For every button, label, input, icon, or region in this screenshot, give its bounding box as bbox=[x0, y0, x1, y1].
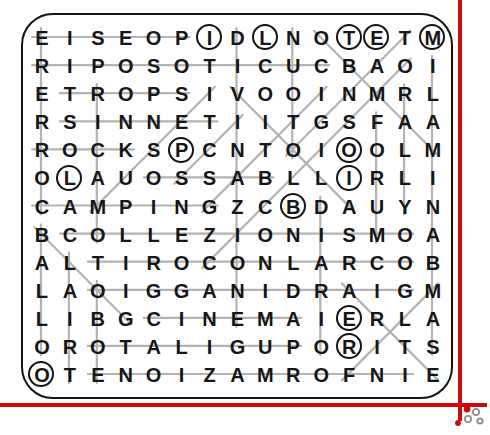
cell-letter: E bbox=[119, 28, 132, 48]
cell-letter: A bbox=[398, 112, 412, 132]
cell-letter: S bbox=[203, 168, 216, 188]
cell-letter: U bbox=[119, 168, 133, 188]
cell-r10c2[interactable]: A bbox=[56, 277, 84, 305]
cell-r13c12[interactable]: F bbox=[335, 361, 363, 389]
cell-r10c9[interactable]: I bbox=[251, 277, 279, 305]
cell-r4c13[interactable]: F bbox=[363, 108, 391, 136]
cell-r6c12-circled[interactable]: I bbox=[335, 164, 363, 192]
cell-r6c5[interactable]: O bbox=[140, 164, 168, 192]
cell-r7c5[interactable]: I bbox=[140, 192, 168, 220]
cell-letter: E bbox=[35, 84, 48, 104]
cell-letter: L bbox=[36, 281, 48, 301]
cell-r9c5[interactable]: R bbox=[140, 249, 168, 277]
cell-r3c15[interactable]: L bbox=[419, 80, 447, 108]
cell-r1c14[interactable]: T bbox=[391, 24, 419, 52]
cell-r8c2[interactable]: C bbox=[56, 221, 84, 249]
cell-letter: S bbox=[426, 337, 439, 357]
cell-letter: B bbox=[35, 225, 49, 245]
cell-r5c14[interactable]: L bbox=[391, 136, 419, 164]
cell-r5c4[interactable]: K bbox=[112, 136, 140, 164]
cell-letter: L bbox=[120, 225, 132, 245]
cell-r4c12[interactable]: S bbox=[335, 108, 363, 136]
cell-r6c15[interactable]: I bbox=[419, 164, 447, 192]
cell-r11c9[interactable]: M bbox=[251, 305, 279, 333]
cell-letter: A bbox=[426, 112, 440, 132]
cell-r5c11[interactable]: I bbox=[307, 136, 335, 164]
cell-letter: O bbox=[146, 365, 162, 385]
cell-r10c15[interactable]: M bbox=[419, 277, 447, 305]
cell-r11c4[interactable]: G bbox=[112, 305, 140, 333]
cell-letter: G bbox=[146, 281, 162, 301]
cell-r4c3[interactable]: I bbox=[84, 108, 112, 136]
cell-r8c8[interactable]: I bbox=[223, 221, 251, 249]
cell-letter: I bbox=[430, 56, 436, 76]
cell-letter: R bbox=[342, 253, 356, 273]
cell-r13c2[interactable]: T bbox=[56, 361, 84, 389]
cell-r1c13-circled[interactable]: E bbox=[363, 24, 391, 52]
cell-letter: R bbox=[35, 56, 49, 76]
cell-r10c12[interactable]: A bbox=[335, 277, 363, 305]
cell-letter: N bbox=[202, 309, 216, 329]
cell-r11c5[interactable]: C bbox=[140, 305, 168, 333]
cell-r10c7[interactable]: A bbox=[196, 277, 224, 305]
cell-r5c6-circled[interactable]: P bbox=[168, 136, 196, 164]
cell-r4c14[interactable]: A bbox=[391, 108, 419, 136]
cell-r2c7[interactable]: T bbox=[196, 52, 224, 80]
cell-r5c7[interactable]: C bbox=[196, 136, 224, 164]
cell-r4c8[interactable]: I bbox=[223, 108, 251, 136]
cell-r9c4[interactable]: I bbox=[112, 249, 140, 277]
cell-r4c15[interactable]: A bbox=[419, 108, 447, 136]
cell-r8c15[interactable]: A bbox=[419, 221, 447, 249]
cell-r9c7[interactable]: C bbox=[196, 249, 224, 277]
cell-letter: C bbox=[146, 309, 160, 329]
cell-letter: O bbox=[118, 56, 134, 76]
cell-r2c13[interactable]: A bbox=[363, 52, 391, 80]
cell-r2c10[interactable]: U bbox=[279, 52, 307, 80]
cell-r2c12[interactable]: B bbox=[335, 52, 363, 80]
cell-r6c8[interactable]: A bbox=[223, 164, 251, 192]
cell-r2c9[interactable]: C bbox=[251, 52, 279, 80]
cell-r11c12-circled[interactable]: E bbox=[335, 305, 363, 333]
cell-letter: I bbox=[318, 140, 324, 160]
cell-r7c8[interactable]: Z bbox=[223, 192, 251, 220]
cell-r6c7[interactable]: S bbox=[196, 164, 224, 192]
cell-r8c10[interactable]: N bbox=[279, 221, 307, 249]
cell-r8c12[interactable]: S bbox=[335, 221, 363, 249]
cell-letter: O bbox=[118, 84, 134, 104]
cell-letter: Z bbox=[231, 197, 243, 217]
cell-r4c7[interactable]: T bbox=[196, 108, 224, 136]
cell-r12c14[interactable]: T bbox=[391, 333, 419, 361]
cell-r8c3[interactable]: O bbox=[84, 221, 112, 249]
cell-r3c2[interactable]: T bbox=[56, 80, 84, 108]
cell-letter: C bbox=[314, 56, 328, 76]
cell-letter: N bbox=[286, 225, 300, 245]
cell-r3c11[interactable]: I bbox=[307, 80, 335, 108]
cell-letter: L bbox=[36, 309, 48, 329]
cell-letter: K bbox=[119, 140, 133, 160]
cell-letter: S bbox=[147, 140, 160, 160]
cell-r1c11[interactable]: O bbox=[307, 24, 335, 52]
cell-letter: L bbox=[287, 253, 299, 273]
cell-letter: N bbox=[286, 28, 300, 48]
cell-r9c2[interactable]: L bbox=[56, 249, 84, 277]
cell-letter: T bbox=[92, 253, 104, 273]
cell-letter: I bbox=[95, 112, 101, 132]
cell-r5c5[interactable]: S bbox=[140, 136, 168, 164]
cell-letter: R bbox=[286, 365, 300, 385]
cell-r13c7[interactable]: Z bbox=[196, 361, 224, 389]
cell-letter: C bbox=[258, 197, 272, 217]
cell-r5c10[interactable]: O bbox=[279, 136, 307, 164]
cell-r7c4[interactable]: P bbox=[112, 192, 140, 220]
cell-r6c1[interactable]: O bbox=[28, 164, 56, 192]
cell-letter: M bbox=[425, 281, 442, 301]
cell-r11c13[interactable]: R bbox=[363, 305, 391, 333]
cell-r5c8[interactable]: N bbox=[223, 136, 251, 164]
cell-r5c3[interactable]: C bbox=[84, 136, 112, 164]
cell-r9c14[interactable]: O bbox=[391, 249, 419, 277]
cell-r1c15-circled[interactable]: M bbox=[419, 24, 447, 52]
cell-letter: T bbox=[343, 28, 355, 48]
cell-letter: S bbox=[175, 84, 188, 104]
cell-letter: A bbox=[370, 56, 384, 76]
cell-r7c2[interactable]: A bbox=[56, 192, 84, 220]
cell-r11c11[interactable]: I bbox=[307, 305, 335, 333]
cell-r4c6[interactable]: E bbox=[168, 108, 196, 136]
cell-r2c3[interactable]: P bbox=[84, 52, 112, 80]
cell-r13c5[interactable]: O bbox=[140, 361, 168, 389]
cell-r2c15[interactable]: I bbox=[419, 52, 447, 80]
cell-r1c9-circled[interactable]: L bbox=[251, 24, 279, 52]
cell-r12c2[interactable]: R bbox=[56, 333, 84, 361]
cell-r11c1[interactable]: L bbox=[28, 305, 56, 333]
cell-r6c9[interactable]: B bbox=[251, 164, 279, 192]
cell-r5c13[interactable]: O bbox=[363, 136, 391, 164]
cell-r4c1[interactable]: R bbox=[28, 108, 56, 136]
cell-r7c3[interactable]: M bbox=[84, 192, 112, 220]
cell-letter: C bbox=[370, 253, 384, 273]
cell-r3c12[interactable]: N bbox=[335, 80, 363, 108]
cell-letter: I bbox=[318, 225, 324, 245]
cell-r2c14[interactable]: O bbox=[391, 52, 419, 80]
cell-r4c11[interactable]: G bbox=[307, 108, 335, 136]
cell-r3c7[interactable]: I bbox=[196, 80, 224, 108]
cell-r10c8[interactable]: N bbox=[223, 277, 251, 305]
letter-grid: EISEOPIDLNOTETMRIPOSOTICUCBAOIETROPSIVOO… bbox=[28, 24, 447, 389]
cell-r9c6[interactable]: O bbox=[168, 249, 196, 277]
cell-r10c6[interactable]: G bbox=[168, 277, 196, 305]
cell-r12c13[interactable]: I bbox=[363, 333, 391, 361]
cell-r7c14[interactable]: Y bbox=[391, 192, 419, 220]
cell-r12c4[interactable]: T bbox=[112, 333, 140, 361]
cell-r3c14[interactable]: R bbox=[391, 80, 419, 108]
cell-r11c6[interactable]: I bbox=[168, 305, 196, 333]
cell-letter: M bbox=[425, 28, 442, 48]
cell-r10c13[interactable]: I bbox=[363, 277, 391, 305]
cell-letter: A bbox=[342, 197, 356, 217]
cell-r2c8[interactable]: I bbox=[223, 52, 251, 80]
cell-r5c9[interactable]: T bbox=[251, 136, 279, 164]
cell-r5c12-circled[interactable]: O bbox=[335, 136, 363, 164]
cell-letter: O bbox=[62, 140, 78, 160]
cell-r5c15[interactable]: M bbox=[419, 136, 447, 164]
cell-r5c1[interactable]: R bbox=[28, 136, 56, 164]
cell-letter: N bbox=[342, 84, 356, 104]
cell-letter: I bbox=[430, 168, 436, 188]
cell-r3c1[interactable]: E bbox=[28, 80, 56, 108]
cell-r9c8[interactable]: O bbox=[223, 249, 251, 277]
cell-r3c6[interactable]: S bbox=[168, 80, 196, 108]
cell-r9c12[interactable]: R bbox=[335, 249, 363, 277]
cell-letter: E bbox=[426, 365, 439, 385]
cell-letter: M bbox=[89, 197, 106, 217]
cell-r12c3[interactable]: O bbox=[84, 333, 112, 361]
cell-r11c7[interactable]: N bbox=[196, 305, 224, 333]
cell-letter: A bbox=[35, 253, 49, 273]
cell-letter: M bbox=[257, 309, 274, 329]
cell-r3c8[interactable]: V bbox=[223, 80, 251, 108]
cell-letter: N bbox=[119, 112, 133, 132]
cell-r7c10-circled[interactable]: B bbox=[279, 192, 307, 220]
cell-letter: U bbox=[286, 56, 300, 76]
cell-r6c3[interactable]: A bbox=[84, 164, 112, 192]
cell-letter: A bbox=[426, 309, 440, 329]
cell-r7c13[interactable]: U bbox=[363, 192, 391, 220]
cell-r6c11[interactable]: L bbox=[307, 164, 335, 192]
cell-r2c6[interactable]: O bbox=[168, 52, 196, 80]
cell-r13c13[interactable]: N bbox=[363, 361, 391, 389]
cell-r8c13[interactable]: M bbox=[363, 221, 391, 249]
cell-letter: R bbox=[91, 84, 105, 104]
cell-letter: B bbox=[342, 56, 356, 76]
cell-letter: N bbox=[426, 197, 440, 217]
cell-r3c9[interactable]: O bbox=[251, 80, 279, 108]
cell-letter: D bbox=[314, 197, 328, 217]
cell-r6c2-circled[interactable]: L bbox=[56, 164, 84, 192]
cell-letter: G bbox=[313, 112, 329, 132]
logo-dot-red bbox=[464, 406, 471, 413]
cell-r3c4[interactable]: O bbox=[112, 80, 140, 108]
cell-r8c11[interactable]: I bbox=[307, 221, 335, 249]
cell-r7c9[interactable]: C bbox=[251, 192, 279, 220]
cell-r8c6[interactable]: E bbox=[168, 221, 196, 249]
cell-r13c4[interactable]: N bbox=[112, 361, 140, 389]
cell-r10c11[interactable]: R bbox=[307, 277, 335, 305]
cell-r8c9[interactable]: O bbox=[251, 221, 279, 249]
cell-letter: I bbox=[402, 365, 408, 385]
cell-r2c2[interactable]: I bbox=[56, 52, 84, 80]
cell-letter: L bbox=[427, 84, 439, 104]
cell-r6c10[interactable]: L bbox=[279, 164, 307, 192]
cell-r11c3[interactable]: B bbox=[84, 305, 112, 333]
cell-r1c1[interactable]: E bbox=[28, 24, 56, 52]
cell-r1c3[interactable]: S bbox=[84, 24, 112, 52]
cell-letter: V bbox=[231, 84, 244, 104]
cell-r8c4[interactable]: L bbox=[112, 221, 140, 249]
cell-letter: L bbox=[259, 28, 271, 48]
cell-r13c14[interactable]: I bbox=[391, 361, 419, 389]
cell-r1c6[interactable]: P bbox=[168, 24, 196, 52]
cell-r1c2[interactable]: I bbox=[56, 24, 84, 52]
cell-letter: B bbox=[286, 197, 300, 217]
cell-letter: I bbox=[318, 84, 324, 104]
cell-letter: L bbox=[64, 253, 76, 273]
cell-r2c5[interactable]: S bbox=[140, 52, 168, 80]
cell-r7c7[interactable]: G bbox=[196, 192, 224, 220]
cell-letter: O bbox=[313, 28, 329, 48]
cell-r11c10[interactable]: A bbox=[279, 305, 307, 333]
cell-r3c10[interactable]: O bbox=[279, 80, 307, 108]
cell-r9c15[interactable]: B bbox=[419, 249, 447, 277]
cell-letter: I bbox=[67, 309, 73, 329]
cell-r13c8[interactable]: A bbox=[223, 361, 251, 389]
cell-r12c10[interactable]: P bbox=[279, 333, 307, 361]
cell-r12c9[interactable]: U bbox=[251, 333, 279, 361]
cell-letter: I bbox=[235, 56, 241, 76]
cell-letter: A bbox=[230, 365, 244, 385]
cell-r9c1[interactable]: A bbox=[28, 249, 56, 277]
cell-letter: I bbox=[374, 337, 380, 357]
cell-r2c11[interactable]: C bbox=[307, 52, 335, 80]
cell-r11c8[interactable]: E bbox=[223, 305, 251, 333]
cell-r1c10[interactable]: N bbox=[279, 24, 307, 52]
cell-letter: P bbox=[119, 197, 132, 217]
cell-letter: O bbox=[258, 84, 274, 104]
cell-letter: I bbox=[235, 225, 241, 245]
cell-r6c4[interactable]: U bbox=[112, 164, 140, 192]
cell-r4c4[interactable]: N bbox=[112, 108, 140, 136]
cell-letter: I bbox=[263, 281, 269, 301]
cell-letter: O bbox=[230, 253, 246, 273]
cell-letter: O bbox=[285, 140, 301, 160]
cell-r7c6[interactable]: N bbox=[168, 192, 196, 220]
cell-letter: Z bbox=[203, 225, 215, 245]
cell-r13c15[interactable]: E bbox=[419, 361, 447, 389]
cell-r6c13[interactable]: R bbox=[363, 164, 391, 192]
cell-r5c2[interactable]: O bbox=[56, 136, 84, 164]
cell-r10c5[interactable]: G bbox=[140, 277, 168, 305]
cell-r8c1[interactable]: B bbox=[28, 221, 56, 249]
cell-r9c10[interactable]: L bbox=[279, 249, 307, 277]
cell-letter: O bbox=[285, 84, 301, 104]
logo-dot-red bbox=[455, 420, 461, 426]
cell-r12c5[interactable]: A bbox=[140, 333, 168, 361]
cell-r10c1[interactable]: L bbox=[28, 277, 56, 305]
cell-r1c7-circled[interactable]: I bbox=[196, 24, 224, 52]
cell-letter: F bbox=[371, 112, 383, 132]
cell-r13c3[interactable]: E bbox=[84, 361, 112, 389]
cell-r13c6[interactable]: I bbox=[168, 361, 196, 389]
cell-r9c13[interactable]: C bbox=[363, 249, 391, 277]
cell-r10c10[interactable]: D bbox=[279, 277, 307, 305]
cell-r7c1[interactable]: C bbox=[28, 192, 56, 220]
cell-letter: B bbox=[426, 253, 440, 273]
cell-letter: S bbox=[63, 112, 76, 132]
cell-r13c10[interactable]: R bbox=[279, 361, 307, 389]
cell-r12c15[interactable]: S bbox=[419, 333, 447, 361]
cell-r8c7[interactable]: Z bbox=[196, 221, 224, 249]
cell-r9c11[interactable]: A bbox=[307, 249, 335, 277]
cell-r12c8[interactable]: G bbox=[223, 333, 251, 361]
cell-letter: A bbox=[230, 168, 244, 188]
cell-letter: A bbox=[426, 225, 440, 245]
cell-r13c11[interactable]: O bbox=[307, 361, 335, 389]
cell-letter: N bbox=[119, 365, 133, 385]
cell-letter: G bbox=[202, 197, 218, 217]
cell-letter: C bbox=[35, 197, 49, 217]
cell-r1c4[interactable]: E bbox=[112, 24, 140, 52]
cell-letter: B bbox=[91, 309, 105, 329]
cell-r4c5[interactable]: N bbox=[140, 108, 168, 136]
cell-letter: I bbox=[346, 168, 352, 188]
cell-r4c10[interactable]: T bbox=[279, 108, 307, 136]
cell-letter: L bbox=[399, 309, 411, 329]
cell-letter: S bbox=[147, 56, 160, 76]
cell-r8c5[interactable]: L bbox=[140, 221, 168, 249]
cell-letter: T bbox=[259, 140, 271, 160]
cell-r3c13[interactable]: M bbox=[363, 80, 391, 108]
cell-r10c3[interactable]: O bbox=[84, 277, 112, 305]
cell-r6c14[interactable]: L bbox=[391, 164, 419, 192]
cell-letter: T bbox=[203, 112, 215, 132]
cell-r2c1[interactable]: R bbox=[28, 52, 56, 80]
cell-letter: A bbox=[202, 281, 216, 301]
cell-r7c12[interactable]: A bbox=[335, 192, 363, 220]
cell-r2c4[interactable]: O bbox=[112, 52, 140, 80]
cell-letter: O bbox=[313, 337, 329, 357]
cell-letter: C bbox=[91, 140, 105, 160]
cell-letter: R bbox=[35, 112, 49, 132]
cell-letter: A bbox=[63, 281, 77, 301]
cell-r10c4[interactable]: I bbox=[112, 277, 140, 305]
cell-r4c9[interactable]: I bbox=[251, 108, 279, 136]
cell-r7c15[interactable]: N bbox=[419, 192, 447, 220]
cell-r8c14[interactable]: O bbox=[391, 221, 419, 249]
cell-r7c11[interactable]: D bbox=[307, 192, 335, 220]
cell-letter: O bbox=[397, 225, 413, 245]
cell-r13c1-circled[interactable]: O bbox=[28, 361, 56, 389]
cell-r13c9[interactable]: M bbox=[251, 361, 279, 389]
cell-r11c2[interactable]: I bbox=[56, 305, 84, 333]
cell-r11c15[interactable]: A bbox=[419, 305, 447, 333]
cell-r12c12-circled[interactable]: R bbox=[335, 333, 363, 361]
cell-r11c14[interactable]: L bbox=[391, 305, 419, 333]
cell-r9c9[interactable]: N bbox=[251, 249, 279, 277]
cell-r1c8[interactable]: D bbox=[223, 24, 251, 52]
cell-letter: F bbox=[343, 365, 355, 385]
cell-r10c14[interactable]: G bbox=[391, 277, 419, 305]
cell-r12c11[interactable]: O bbox=[307, 333, 335, 361]
cell-letter: R bbox=[146, 253, 160, 273]
cell-r12c7[interactable]: I bbox=[196, 333, 224, 361]
cell-r3c3[interactable]: R bbox=[84, 80, 112, 108]
cell-r12c6[interactable]: L bbox=[168, 333, 196, 361]
cell-letter: E bbox=[370, 28, 383, 48]
cell-r6c6[interactable]: S bbox=[168, 164, 196, 192]
cell-r3c5[interactable]: P bbox=[140, 80, 168, 108]
cell-r12c1[interactable]: O bbox=[28, 333, 56, 361]
cell-r9c3[interactable]: T bbox=[84, 249, 112, 277]
cell-r4c2[interactable]: S bbox=[56, 108, 84, 136]
cell-letter: E bbox=[91, 365, 104, 385]
cell-letter: R bbox=[370, 168, 384, 188]
cell-letter: L bbox=[399, 168, 411, 188]
cell-r1c5[interactable]: O bbox=[140, 24, 168, 52]
cell-r1c12-circled[interactable]: T bbox=[335, 24, 363, 52]
cell-letter: A bbox=[63, 197, 77, 217]
